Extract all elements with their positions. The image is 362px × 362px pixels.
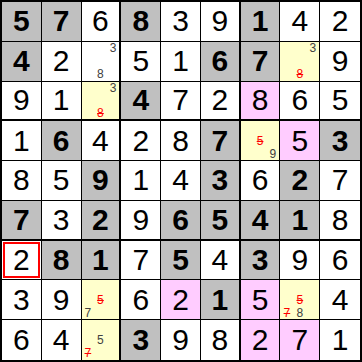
cell-r7c7[interactable]: 3	[241, 241, 281, 281]
cell-r1c3[interactable]: 6	[82, 2, 122, 42]
cell-r8c4[interactable]: 6	[121, 280, 161, 320]
cell-r9c4[interactable]: 3	[121, 320, 161, 360]
cell-r8c2[interactable]: 9	[42, 280, 82, 320]
cell-r6c5[interactable]: 6	[161, 201, 201, 241]
cell-r3c1[interactable]: 9	[2, 82, 42, 122]
cell-r1c9[interactable]: 2	[320, 2, 360, 42]
excluded-candidate-5: 5	[293, 293, 306, 306]
cell-r4c8[interactable]: 5	[280, 121, 320, 161]
cell-r2c5[interactable]: 1	[161, 42, 201, 82]
cell-r8c1[interactable]: 3	[2, 280, 42, 320]
cell-r6c9[interactable]: 8	[320, 201, 360, 241]
pencilmarks: 38	[82, 82, 120, 120]
candidate-3: 3	[107, 82, 120, 95]
cell-r9c5[interactable]: 9	[161, 320, 201, 360]
excluded-candidate-8: 8	[293, 68, 306, 81]
cell-r4c4[interactable]: 2	[121, 121, 161, 161]
cell-r5c8[interactable]: 2	[280, 161, 320, 201]
cell-r2c1[interactable]: 4	[2, 42, 42, 82]
cell-r5c3[interactable]: 9	[82, 161, 122, 201]
cell-r6c4[interactable]: 9	[121, 201, 161, 241]
pencilmarks: 59	[241, 121, 280, 160]
cell-r5c7[interactable]: 6	[241, 161, 281, 201]
cell-r8c8[interactable]: 578	[280, 280, 320, 320]
candidate-8: 8	[94, 68, 107, 81]
cell-r6c6[interactable]: 5	[201, 201, 241, 241]
cell-r7c3[interactable]: 1	[82, 241, 122, 281]
cell-r7c2[interactable]: 8	[42, 241, 82, 281]
cell-r4c3[interactable]: 4	[82, 121, 122, 161]
candidate-3: 3	[107, 42, 120, 55]
cell-r3c4[interactable]: 4	[121, 82, 161, 122]
cell-r3c3[interactable]: 38	[82, 82, 122, 122]
cell-r5c2[interactable]: 5	[42, 161, 82, 201]
cell-r2c7[interactable]: 7	[241, 42, 281, 82]
cell-r5c1[interactable]: 8	[2, 161, 42, 201]
cell-r3c7[interactable]: 8	[241, 82, 281, 122]
pencilmarks: 38	[82, 42, 120, 81]
cell-r1c4[interactable]: 8	[121, 2, 161, 42]
cell-r9c8[interactable]: 7	[280, 320, 320, 360]
cell-r2c4[interactable]: 5	[121, 42, 161, 82]
cell-r9c9[interactable]: 1	[320, 320, 360, 360]
cell-r7c6[interactable]: 4	[201, 241, 241, 281]
cell-r7c9[interactable]: 6	[320, 241, 360, 281]
pencilmarks: 57	[82, 320, 120, 360]
cell-r8c9[interactable]: 4	[320, 280, 360, 320]
cell-r8c7[interactable]: 5	[241, 280, 281, 320]
cell-r4c1[interactable]: 1	[2, 121, 42, 161]
cell-r3c5[interactable]: 7	[161, 82, 201, 122]
cell-r5c4[interactable]: 1	[121, 161, 161, 201]
cell-r1c1[interactable]: 5	[2, 2, 42, 42]
candidate-3: 3	[306, 42, 319, 55]
cell-r8c6[interactable]: 1	[201, 280, 241, 320]
cell-r6c3[interactable]: 2	[82, 201, 122, 241]
cell-r2c3[interactable]: 38	[82, 42, 122, 82]
cell-r6c7[interactable]: 4	[241, 201, 281, 241]
excluded-candidate-8: 8	[94, 107, 107, 120]
cell-r3c2[interactable]: 1	[42, 82, 82, 122]
cell-r5c5[interactable]: 4	[161, 161, 201, 201]
cell-r4c6[interactable]: 7	[201, 121, 241, 161]
cell-r4c5[interactable]: 8	[161, 121, 201, 161]
cell-r9c2[interactable]: 4	[42, 320, 82, 360]
cell-r9c6[interactable]: 8	[201, 320, 241, 360]
pencilmarks: 57	[82, 280, 120, 319]
candidate-5: 5	[94, 333, 107, 346]
cell-r9c3[interactable]: 57	[82, 320, 122, 360]
candidate-9: 9	[267, 147, 280, 160]
cell-r8c5[interactable]: 2	[161, 280, 201, 320]
excluded-candidate-5: 5	[94, 293, 107, 306]
cell-r4c9[interactable]: 3	[320, 121, 360, 161]
cell-r6c2[interactable]: 3	[42, 201, 82, 241]
cell-r2c2[interactable]: 2	[42, 42, 82, 82]
cell-r9c7[interactable]: 2	[241, 320, 281, 360]
cell-r1c7[interactable]: 1	[241, 2, 281, 42]
cell-r8c3[interactable]: 57	[82, 280, 122, 320]
cell-r1c6[interactable]: 9	[201, 2, 241, 42]
cell-r7c4[interactable]: 7	[121, 241, 161, 281]
sudoku-board: 5768391424238516738991384728651642875953…	[0, 0, 362, 362]
excluded-candidate-7: 7	[280, 306, 293, 319]
cell-r2c9[interactable]: 9	[320, 42, 360, 82]
cell-r1c2[interactable]: 7	[42, 2, 82, 42]
cell-r4c2[interactable]: 6	[42, 121, 82, 161]
pencilmarks: 578	[280, 280, 319, 319]
cell-r6c8[interactable]: 1	[280, 201, 320, 241]
cell-r3c8[interactable]: 6	[280, 82, 320, 122]
cell-r2c8[interactable]: 38	[280, 42, 320, 82]
cell-r2c6[interactable]: 6	[201, 42, 241, 82]
cell-r5c9[interactable]: 7	[320, 161, 360, 201]
cell-r3c9[interactable]: 5	[320, 82, 360, 122]
cell-r7c5[interactable]: 5	[161, 241, 201, 281]
cell-r7c1[interactable]: 2	[2, 241, 42, 281]
cell-r9c1[interactable]: 6	[2, 320, 42, 360]
cell-r1c8[interactable]: 4	[280, 2, 320, 42]
candidate-7: 7	[82, 306, 95, 319]
cell-r3c6[interactable]: 2	[201, 82, 241, 122]
pencilmarks: 38	[280, 42, 319, 81]
cell-r4c7[interactable]: 59	[241, 121, 281, 161]
excluded-candidate-5: 5	[254, 134, 267, 147]
cell-r1c5[interactable]: 3	[161, 2, 201, 42]
cell-r5c6[interactable]: 3	[201, 161, 241, 201]
candidate-8: 8	[293, 306, 306, 319]
cell-r6c1[interactable]: 7	[2, 201, 42, 241]
excluded-candidate-7: 7	[82, 347, 95, 360]
cell-r7c8[interactable]: 9	[280, 241, 320, 281]
